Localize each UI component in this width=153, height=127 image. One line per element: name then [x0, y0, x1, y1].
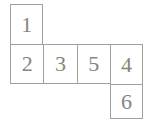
net-cell-r1c3: 4 — [110, 44, 143, 84]
net-grid: 123546 — [10, 4, 143, 119]
net-cell-r1c1: 3 — [43, 44, 76, 84]
net-cell-r1c0: 2 — [10, 44, 43, 84]
net-cell-r0c0: 1 — [10, 4, 43, 44]
cube-net-diagram: 123546 — [0, 0, 153, 127]
net-cell-r2c3: 6 — [110, 84, 143, 119]
net-cell-r1c2: 5 — [77, 44, 110, 84]
